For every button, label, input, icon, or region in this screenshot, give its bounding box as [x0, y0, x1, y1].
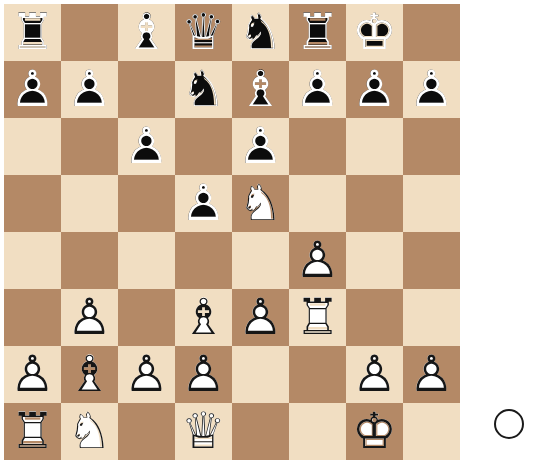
square-h1[interactable] — [403, 403, 460, 460]
square-e6[interactable]: ♟♙ — [232, 118, 289, 175]
white-king-g1[interactable]: ♚♔ — [346, 403, 403, 460]
white-bishop-b2[interactable]: ♝♗ — [61, 346, 118, 403]
square-h8[interactable] — [403, 4, 460, 61]
piece-outline-glyph: ♙ — [118, 118, 175, 175]
square-h5[interactable] — [403, 175, 460, 232]
square-e8[interactable]: ♞♘ — [232, 4, 289, 61]
piece-outline-glyph: ♘ — [175, 61, 232, 118]
piece-outline-glyph: ♙ — [346, 61, 403, 118]
square-e7[interactable]: ♝♗ — [232, 61, 289, 118]
white-pawn-b3[interactable]: ♟♙ — [61, 289, 118, 346]
piece-outline-glyph: ♖ — [289, 289, 346, 346]
piece-outline-glyph: ♘ — [232, 4, 289, 61]
square-g3[interactable] — [346, 289, 403, 346]
piece-outline-glyph: ♘ — [232, 175, 289, 232]
piece-outline-glyph: ♗ — [118, 4, 175, 61]
square-b7[interactable]: ♟♙ — [61, 61, 118, 118]
square-f7[interactable]: ♟♙ — [289, 61, 346, 118]
square-e3[interactable]: ♟♙ — [232, 289, 289, 346]
square-e2[interactable] — [232, 346, 289, 403]
square-a3[interactable] — [4, 289, 61, 346]
square-a6[interactable] — [4, 118, 61, 175]
square-d2[interactable]: ♟♙ — [175, 346, 232, 403]
piece-outline-glyph: ♙ — [61, 61, 118, 118]
black-rook-f8[interactable]: ♜♖ — [289, 4, 346, 61]
piece-outline-glyph: ♙ — [118, 346, 175, 403]
square-f3[interactable]: ♜♖ — [289, 289, 346, 346]
piece-outline-glyph: ♙ — [4, 346, 61, 403]
square-d6[interactable] — [175, 118, 232, 175]
square-c7[interactable] — [118, 61, 175, 118]
square-c3[interactable] — [118, 289, 175, 346]
square-d8[interactable]: ♛♕ — [175, 4, 232, 61]
square-h6[interactable] — [403, 118, 460, 175]
black-knight-d7[interactable]: ♞♘ — [175, 61, 232, 118]
piece-outline-glyph: ♗ — [232, 61, 289, 118]
square-g1[interactable]: ♚♔ — [346, 403, 403, 460]
chess-board: ♜♖♝♗♛♕♞♘♜♖♚♔♟♙♟♙♞♘♝♗♟♙♟♙♟♙♟♙♟♙♟♙♞♘♟♙♟♙♝♗… — [4, 4, 460, 460]
square-f8[interactable]: ♜♖ — [289, 4, 346, 61]
piece-outline-glyph: ♙ — [175, 346, 232, 403]
white-pawn-g2[interactable]: ♟♙ — [346, 346, 403, 403]
white-pawn-c2[interactable]: ♟♙ — [118, 346, 175, 403]
white-pawn-d2[interactable]: ♟♙ — [175, 346, 232, 403]
black-pawn-a7[interactable]: ♟♙ — [4, 61, 61, 118]
square-e4[interactable] — [232, 232, 289, 289]
piece-outline-glyph: ♔ — [346, 4, 403, 61]
square-a1[interactable]: ♜♖ — [4, 403, 61, 460]
square-b8[interactable] — [61, 4, 118, 61]
square-h4[interactable] — [403, 232, 460, 289]
square-d4[interactable] — [175, 232, 232, 289]
square-h3[interactable] — [403, 289, 460, 346]
square-e1[interactable] — [232, 403, 289, 460]
square-a2[interactable]: ♟♙ — [4, 346, 61, 403]
black-pawn-g7[interactable]: ♟♙ — [346, 61, 403, 118]
white-to-move-indicator — [494, 409, 524, 439]
piece-outline-glyph: ♘ — [61, 403, 118, 460]
square-b5[interactable] — [61, 175, 118, 232]
white-rook-f3[interactable]: ♜♖ — [289, 289, 346, 346]
piece-outline-glyph: ♕ — [175, 4, 232, 61]
piece-outline-glyph: ♗ — [175, 289, 232, 346]
piece-outline-glyph: ♙ — [403, 346, 460, 403]
black-pawn-c6[interactable]: ♟♙ — [118, 118, 175, 175]
square-a8[interactable]: ♜♖ — [4, 4, 61, 61]
piece-outline-glyph: ♙ — [4, 61, 61, 118]
white-pawn-a2[interactable]: ♟♙ — [4, 346, 61, 403]
square-c8[interactable]: ♝♗ — [118, 4, 175, 61]
piece-outline-glyph: ♔ — [346, 403, 403, 460]
piece-outline-glyph: ♙ — [232, 289, 289, 346]
square-g8[interactable]: ♚♔ — [346, 4, 403, 61]
page: ♜♖♝♗♛♕♞♘♜♖♚♔♟♙♟♙♞♘♝♗♟♙♟♙♟♙♟♙♟♙♟♙♞♘♟♙♟♙♝♗… — [0, 0, 535, 465]
square-f2[interactable] — [289, 346, 346, 403]
piece-outline-glyph: ♙ — [61, 289, 118, 346]
piece-outline-glyph: ♖ — [4, 403, 61, 460]
square-g4[interactable] — [346, 232, 403, 289]
white-pawn-f4[interactable]: ♟♙ — [289, 232, 346, 289]
square-g6[interactable] — [346, 118, 403, 175]
square-c4[interactable] — [118, 232, 175, 289]
black-pawn-e6[interactable]: ♟♙ — [232, 118, 289, 175]
black-bishop-e7[interactable]: ♝♗ — [232, 61, 289, 118]
black-pawn-h7[interactable]: ♟♙ — [403, 61, 460, 118]
piece-outline-glyph: ♙ — [289, 61, 346, 118]
square-c2[interactable]: ♟♙ — [118, 346, 175, 403]
square-d5[interactable]: ♟♙ — [175, 175, 232, 232]
square-d3[interactable]: ♝♗ — [175, 289, 232, 346]
square-h7[interactable]: ♟♙ — [403, 61, 460, 118]
square-g5[interactable] — [346, 175, 403, 232]
piece-outline-glyph: ♗ — [61, 346, 118, 403]
black-king-g8[interactable]: ♚♔ — [346, 4, 403, 61]
black-queen-d8[interactable]: ♛♕ — [175, 4, 232, 61]
square-c5[interactable] — [118, 175, 175, 232]
white-queen-d1[interactable]: ♛♕ — [175, 403, 232, 460]
square-a4[interactable] — [4, 232, 61, 289]
square-b4[interactable] — [61, 232, 118, 289]
square-b3[interactable]: ♟♙ — [61, 289, 118, 346]
square-e5[interactable]: ♞♘ — [232, 175, 289, 232]
black-rook-a8[interactable]: ♜♖ — [4, 4, 61, 61]
square-c1[interactable] — [118, 403, 175, 460]
piece-outline-glyph: ♕ — [175, 403, 232, 460]
square-h2[interactable]: ♟♙ — [403, 346, 460, 403]
piece-outline-glyph: ♖ — [289, 4, 346, 61]
square-c6[interactable]: ♟♙ — [118, 118, 175, 175]
white-knight-e5[interactable]: ♞♘ — [232, 175, 289, 232]
piece-outline-glyph: ♙ — [346, 346, 403, 403]
square-a5[interactable] — [4, 175, 61, 232]
square-b2[interactable]: ♝♗ — [61, 346, 118, 403]
square-d7[interactable]: ♞♘ — [175, 61, 232, 118]
piece-outline-glyph: ♙ — [289, 232, 346, 289]
black-knight-e8[interactable]: ♞♘ — [232, 4, 289, 61]
black-pawn-d5[interactable]: ♟♙ — [175, 175, 232, 232]
square-g7[interactable]: ♟♙ — [346, 61, 403, 118]
black-pawn-b7[interactable]: ♟♙ — [61, 61, 118, 118]
square-a7[interactable]: ♟♙ — [4, 61, 61, 118]
white-bishop-d3[interactable]: ♝♗ — [175, 289, 232, 346]
black-pawn-f7[interactable]: ♟♙ — [289, 61, 346, 118]
square-f1[interactable] — [289, 403, 346, 460]
square-g2[interactable]: ♟♙ — [346, 346, 403, 403]
square-b6[interactable] — [61, 118, 118, 175]
square-f4[interactable]: ♟♙ — [289, 232, 346, 289]
white-pawn-h2[interactable]: ♟♙ — [403, 346, 460, 403]
piece-outline-glyph: ♖ — [4, 4, 61, 61]
white-knight-b1[interactable]: ♞♘ — [61, 403, 118, 460]
black-bishop-c8[interactable]: ♝♗ — [118, 4, 175, 61]
piece-outline-glyph: ♙ — [403, 61, 460, 118]
square-f6[interactable] — [289, 118, 346, 175]
white-pawn-e3[interactable]: ♟♙ — [232, 289, 289, 346]
piece-outline-glyph: ♙ — [175, 175, 232, 232]
square-b1[interactable]: ♞♘ — [61, 403, 118, 460]
piece-outline-glyph: ♙ — [232, 118, 289, 175]
white-rook-a1[interactable]: ♜♖ — [4, 403, 61, 460]
square-d1[interactable]: ♛♕ — [175, 403, 232, 460]
square-f5[interactable] — [289, 175, 346, 232]
